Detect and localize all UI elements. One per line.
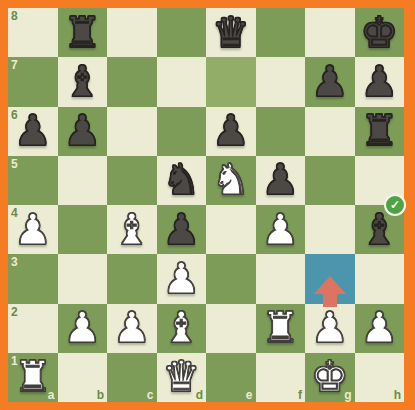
file-label-f: f xyxy=(298,389,302,401)
square-h4[interactable]: ♝✓ xyxy=(355,205,405,254)
square-a4[interactable]: 4♟ xyxy=(8,205,58,254)
file-label-h: h xyxy=(394,389,401,401)
square-f8[interactable] xyxy=(256,8,306,57)
square-e7[interactable] xyxy=(206,57,256,106)
square-e4[interactable] xyxy=(206,205,256,254)
piece-white-pawn[interactable]: ♟ xyxy=(256,205,306,254)
best-move-check-icon: ✓ xyxy=(384,194,406,216)
square-e3[interactable] xyxy=(206,254,256,303)
piece-white-pawn[interactable]: ♟ xyxy=(107,304,157,353)
piece-white-bishop[interactable]: ♝ xyxy=(107,205,157,254)
square-b6[interactable]: ♟ xyxy=(58,107,108,156)
square-a8[interactable]: 8 xyxy=(8,8,58,57)
rank-label-5: 5 xyxy=(11,158,18,170)
square-a1[interactable]: 1a♜ xyxy=(8,353,58,402)
square-c3[interactable] xyxy=(107,254,157,303)
square-h8[interactable]: ♚ xyxy=(355,8,405,57)
square-h2[interactable]: ♟ xyxy=(355,304,405,353)
square-b3[interactable] xyxy=(58,254,108,303)
rank-label-7: 7 xyxy=(11,59,18,71)
square-h7[interactable]: ♟ xyxy=(355,57,405,106)
piece-black-queen[interactable]: ♛ xyxy=(206,8,256,57)
square-d5[interactable]: ♞ xyxy=(157,156,207,205)
piece-black-bishop[interactable]: ♝ xyxy=(58,57,108,106)
square-g4[interactable] xyxy=(305,205,355,254)
square-b8[interactable]: ♜ xyxy=(58,8,108,57)
square-h3[interactable] xyxy=(355,254,405,303)
piece-white-pawn[interactable]: ♟ xyxy=(355,304,405,353)
square-d6[interactable] xyxy=(157,107,207,156)
square-b1[interactable]: b xyxy=(58,353,108,402)
square-c8[interactable] xyxy=(107,8,157,57)
square-d4[interactable]: ♟ xyxy=(157,205,207,254)
square-d1[interactable]: d♛ xyxy=(157,353,207,402)
piece-white-pawn[interactable]: ♟ xyxy=(157,254,207,303)
piece-black-pawn[interactable]: ♟ xyxy=(256,156,306,205)
square-c5[interactable] xyxy=(107,156,157,205)
square-d3[interactable]: ♟ xyxy=(157,254,207,303)
piece-white-pawn[interactable]: ♟ xyxy=(8,205,58,254)
piece-white-pawn[interactable]: ♟ xyxy=(58,304,108,353)
file-label-e: e xyxy=(246,389,253,401)
square-g2[interactable]: ♟ xyxy=(305,304,355,353)
piece-white-bishop[interactable]: ♝ xyxy=(157,304,207,353)
square-g3[interactable] xyxy=(305,254,355,303)
file-label-c: c xyxy=(147,389,154,401)
piece-white-rook[interactable]: ♜ xyxy=(8,353,58,402)
square-e8[interactable]: ♛ xyxy=(206,8,256,57)
square-g6[interactable] xyxy=(305,107,355,156)
square-a2[interactable]: 2 xyxy=(8,304,58,353)
square-b2[interactable]: ♟ xyxy=(58,304,108,353)
square-c6[interactable] xyxy=(107,107,157,156)
square-f4[interactable]: ♟ xyxy=(256,205,306,254)
square-a5[interactable]: 5 xyxy=(8,156,58,205)
rank-label-2: 2 xyxy=(11,306,18,318)
square-b5[interactable] xyxy=(58,156,108,205)
piece-white-king[interactable]: ♚ xyxy=(305,353,355,402)
square-b7[interactable]: ♝ xyxy=(58,57,108,106)
file-label-b: b xyxy=(97,389,104,401)
square-e5[interactable]: ♞ xyxy=(206,156,256,205)
square-f3[interactable] xyxy=(256,254,306,303)
piece-black-king[interactable]: ♚ xyxy=(355,8,405,57)
piece-white-knight[interactable]: ♞ xyxy=(206,156,256,205)
board-frame: 8♜♛♚7♝♟♟6♟♟♟♜5♞♞♟4♟♝♟♟♝✓3♟2♟♟♝♜♟♟1a♜bcd♛… xyxy=(0,0,415,410)
chess-board: 8♜♛♚7♝♟♟6♟♟♟♜5♞♞♟4♟♝♟♟♝✓3♟2♟♟♝♜♟♟1a♜bcd♛… xyxy=(8,8,404,402)
square-h1[interactable]: h xyxy=(355,353,405,402)
square-b4[interactable] xyxy=(58,205,108,254)
square-d2[interactable]: ♝ xyxy=(157,304,207,353)
rank-label-3: 3 xyxy=(11,256,18,268)
piece-white-pawn[interactable]: ♟ xyxy=(305,304,355,353)
square-g1[interactable]: g♚ xyxy=(305,353,355,402)
move-arrow-tail xyxy=(323,294,337,307)
square-c4[interactable]: ♝ xyxy=(107,205,157,254)
square-f2[interactable]: ♜ xyxy=(256,304,306,353)
square-f6[interactable] xyxy=(256,107,306,156)
square-c1[interactable]: c xyxy=(107,353,157,402)
piece-black-pawn[interactable]: ♟ xyxy=(305,57,355,106)
piece-black-rook[interactable]: ♜ xyxy=(58,8,108,57)
square-e2[interactable] xyxy=(206,304,256,353)
square-g7[interactable]: ♟ xyxy=(305,57,355,106)
piece-black-pawn[interactable]: ♟ xyxy=(58,107,108,156)
piece-white-rook[interactable]: ♜ xyxy=(256,304,306,353)
square-f5[interactable]: ♟ xyxy=(256,156,306,205)
square-f1[interactable]: f xyxy=(256,353,306,402)
square-d7[interactable] xyxy=(157,57,207,106)
piece-black-pawn[interactable]: ♟ xyxy=(206,107,256,156)
piece-black-pawn[interactable]: ♟ xyxy=(355,57,405,106)
piece-black-rook[interactable]: ♜ xyxy=(355,107,405,156)
piece-black-pawn[interactable]: ♟ xyxy=(157,205,207,254)
square-c2[interactable]: ♟ xyxy=(107,304,157,353)
piece-white-queen[interactable]: ♛ xyxy=(157,353,207,402)
square-d8[interactable] xyxy=(157,8,207,57)
square-e6[interactable]: ♟ xyxy=(206,107,256,156)
move-arrow-up-icon xyxy=(314,276,346,294)
square-g8[interactable] xyxy=(305,8,355,57)
piece-black-knight[interactable]: ♞ xyxy=(157,156,207,205)
square-g5[interactable] xyxy=(305,156,355,205)
square-e1[interactable]: e xyxy=(206,353,256,402)
square-a3[interactable]: 3 xyxy=(8,254,58,303)
square-c7[interactable] xyxy=(107,57,157,106)
square-a7[interactable]: 7 xyxy=(8,57,58,106)
square-a6[interactable]: 6♟ xyxy=(8,107,58,156)
piece-black-pawn[interactable]: ♟ xyxy=(8,107,58,156)
square-f7[interactable] xyxy=(256,57,306,106)
square-h6[interactable]: ♜ xyxy=(355,107,405,156)
rank-label-8: 8 xyxy=(11,10,18,22)
